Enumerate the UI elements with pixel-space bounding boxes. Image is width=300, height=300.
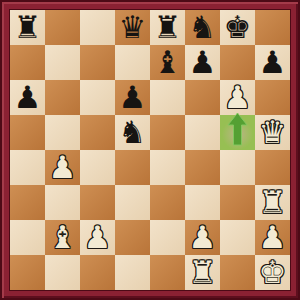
white-rook: ♜ [255, 185, 290, 220]
square-a8[interactable]: ♜ [10, 10, 45, 45]
black-pawn: ♟ [115, 80, 150, 115]
square-e6[interactable] [150, 80, 185, 115]
white-pawn: ♟ [220, 80, 255, 115]
black-pawn: ♟ [10, 80, 45, 115]
square-e4[interactable] [150, 150, 185, 185]
white-king: ♚ [255, 255, 290, 290]
black-pawn: ♟ [185, 45, 220, 80]
square-f7[interactable]: ♟ [185, 45, 220, 80]
square-b7[interactable] [45, 45, 80, 80]
square-b4[interactable]: ♟ [45, 150, 80, 185]
square-d4[interactable] [115, 150, 150, 185]
black-knight: ♞ [185, 10, 220, 45]
square-a2[interactable] [10, 220, 45, 255]
square-a6[interactable]: ♟ [10, 80, 45, 115]
black-rook: ♜ [10, 10, 45, 45]
square-a5[interactable] [10, 115, 45, 150]
square-h1[interactable]: ♚ [255, 255, 290, 290]
square-f1[interactable]: ♜ [185, 255, 220, 290]
square-f4[interactable] [185, 150, 220, 185]
square-g1[interactable] [220, 255, 255, 290]
square-f3[interactable] [185, 185, 220, 220]
white-pawn: ♟ [45, 150, 80, 185]
square-h8[interactable] [255, 10, 290, 45]
square-g6[interactable]: ♟ [220, 80, 255, 115]
black-king: ♚ [220, 10, 255, 45]
square-f8[interactable]: ♞ [185, 10, 220, 45]
white-rook: ♜ [185, 255, 220, 290]
square-c4[interactable] [80, 150, 115, 185]
square-a1[interactable] [10, 255, 45, 290]
white-bishop: ♝ [45, 220, 80, 255]
square-h5[interactable]: ♛ [255, 115, 290, 150]
square-f6[interactable] [185, 80, 220, 115]
square-g2[interactable] [220, 220, 255, 255]
white-pawn: ♟ [185, 220, 220, 255]
white-queen: ♛ [255, 115, 290, 150]
square-a7[interactable] [10, 45, 45, 80]
move-arrow-icon [220, 111, 255, 150]
square-f2[interactable]: ♟ [185, 220, 220, 255]
board: ♜♛♜♞♚♝♟♟♟♟♟♞♛♟♜♝♟♟♟♜♚ [10, 10, 290, 290]
square-b5[interactable] [45, 115, 80, 150]
square-d3[interactable] [115, 185, 150, 220]
square-d8[interactable]: ♛ [115, 10, 150, 45]
square-c7[interactable] [80, 45, 115, 80]
square-g5[interactable] [220, 115, 255, 150]
square-a3[interactable] [10, 185, 45, 220]
square-a4[interactable] [10, 150, 45, 185]
square-h7[interactable]: ♟ [255, 45, 290, 80]
square-d5[interactable]: ♞ [115, 115, 150, 150]
square-h2[interactable]: ♟ [255, 220, 290, 255]
square-h4[interactable] [255, 150, 290, 185]
white-pawn: ♟ [80, 220, 115, 255]
square-g4[interactable] [220, 150, 255, 185]
black-queen: ♛ [115, 10, 150, 45]
square-d7[interactable] [115, 45, 150, 80]
square-g3[interactable] [220, 185, 255, 220]
square-h6[interactable] [255, 80, 290, 115]
black-rook: ♜ [150, 10, 185, 45]
square-b6[interactable] [45, 80, 80, 115]
black-bishop: ♝ [150, 45, 185, 80]
white-pawn: ♟ [255, 220, 290, 255]
square-b8[interactable] [45, 10, 80, 45]
square-c2[interactable]: ♟ [80, 220, 115, 255]
square-b1[interactable] [45, 255, 80, 290]
square-c8[interactable] [80, 10, 115, 45]
chess-app-window: ♜♛♜♞♚♝♟♟♟♟♟♞♛♟♜♝♟♟♟♜♚ [0, 0, 300, 300]
square-e7[interactable]: ♝ [150, 45, 185, 80]
square-e5[interactable] [150, 115, 185, 150]
square-f5[interactable] [185, 115, 220, 150]
square-e2[interactable] [150, 220, 185, 255]
square-c6[interactable] [80, 80, 115, 115]
square-c5[interactable] [80, 115, 115, 150]
square-c3[interactable] [80, 185, 115, 220]
square-c1[interactable] [80, 255, 115, 290]
square-e3[interactable] [150, 185, 185, 220]
square-d2[interactable] [115, 220, 150, 255]
square-b3[interactable] [45, 185, 80, 220]
square-b2[interactable]: ♝ [45, 220, 80, 255]
square-d1[interactable] [115, 255, 150, 290]
square-g7[interactable] [220, 45, 255, 80]
black-knight: ♞ [115, 115, 150, 150]
square-e8[interactable]: ♜ [150, 10, 185, 45]
square-e1[interactable] [150, 255, 185, 290]
square-d6[interactable]: ♟ [115, 80, 150, 115]
black-pawn: ♟ [255, 45, 290, 80]
square-h3[interactable]: ♜ [255, 185, 290, 220]
square-g8[interactable]: ♚ [220, 10, 255, 45]
